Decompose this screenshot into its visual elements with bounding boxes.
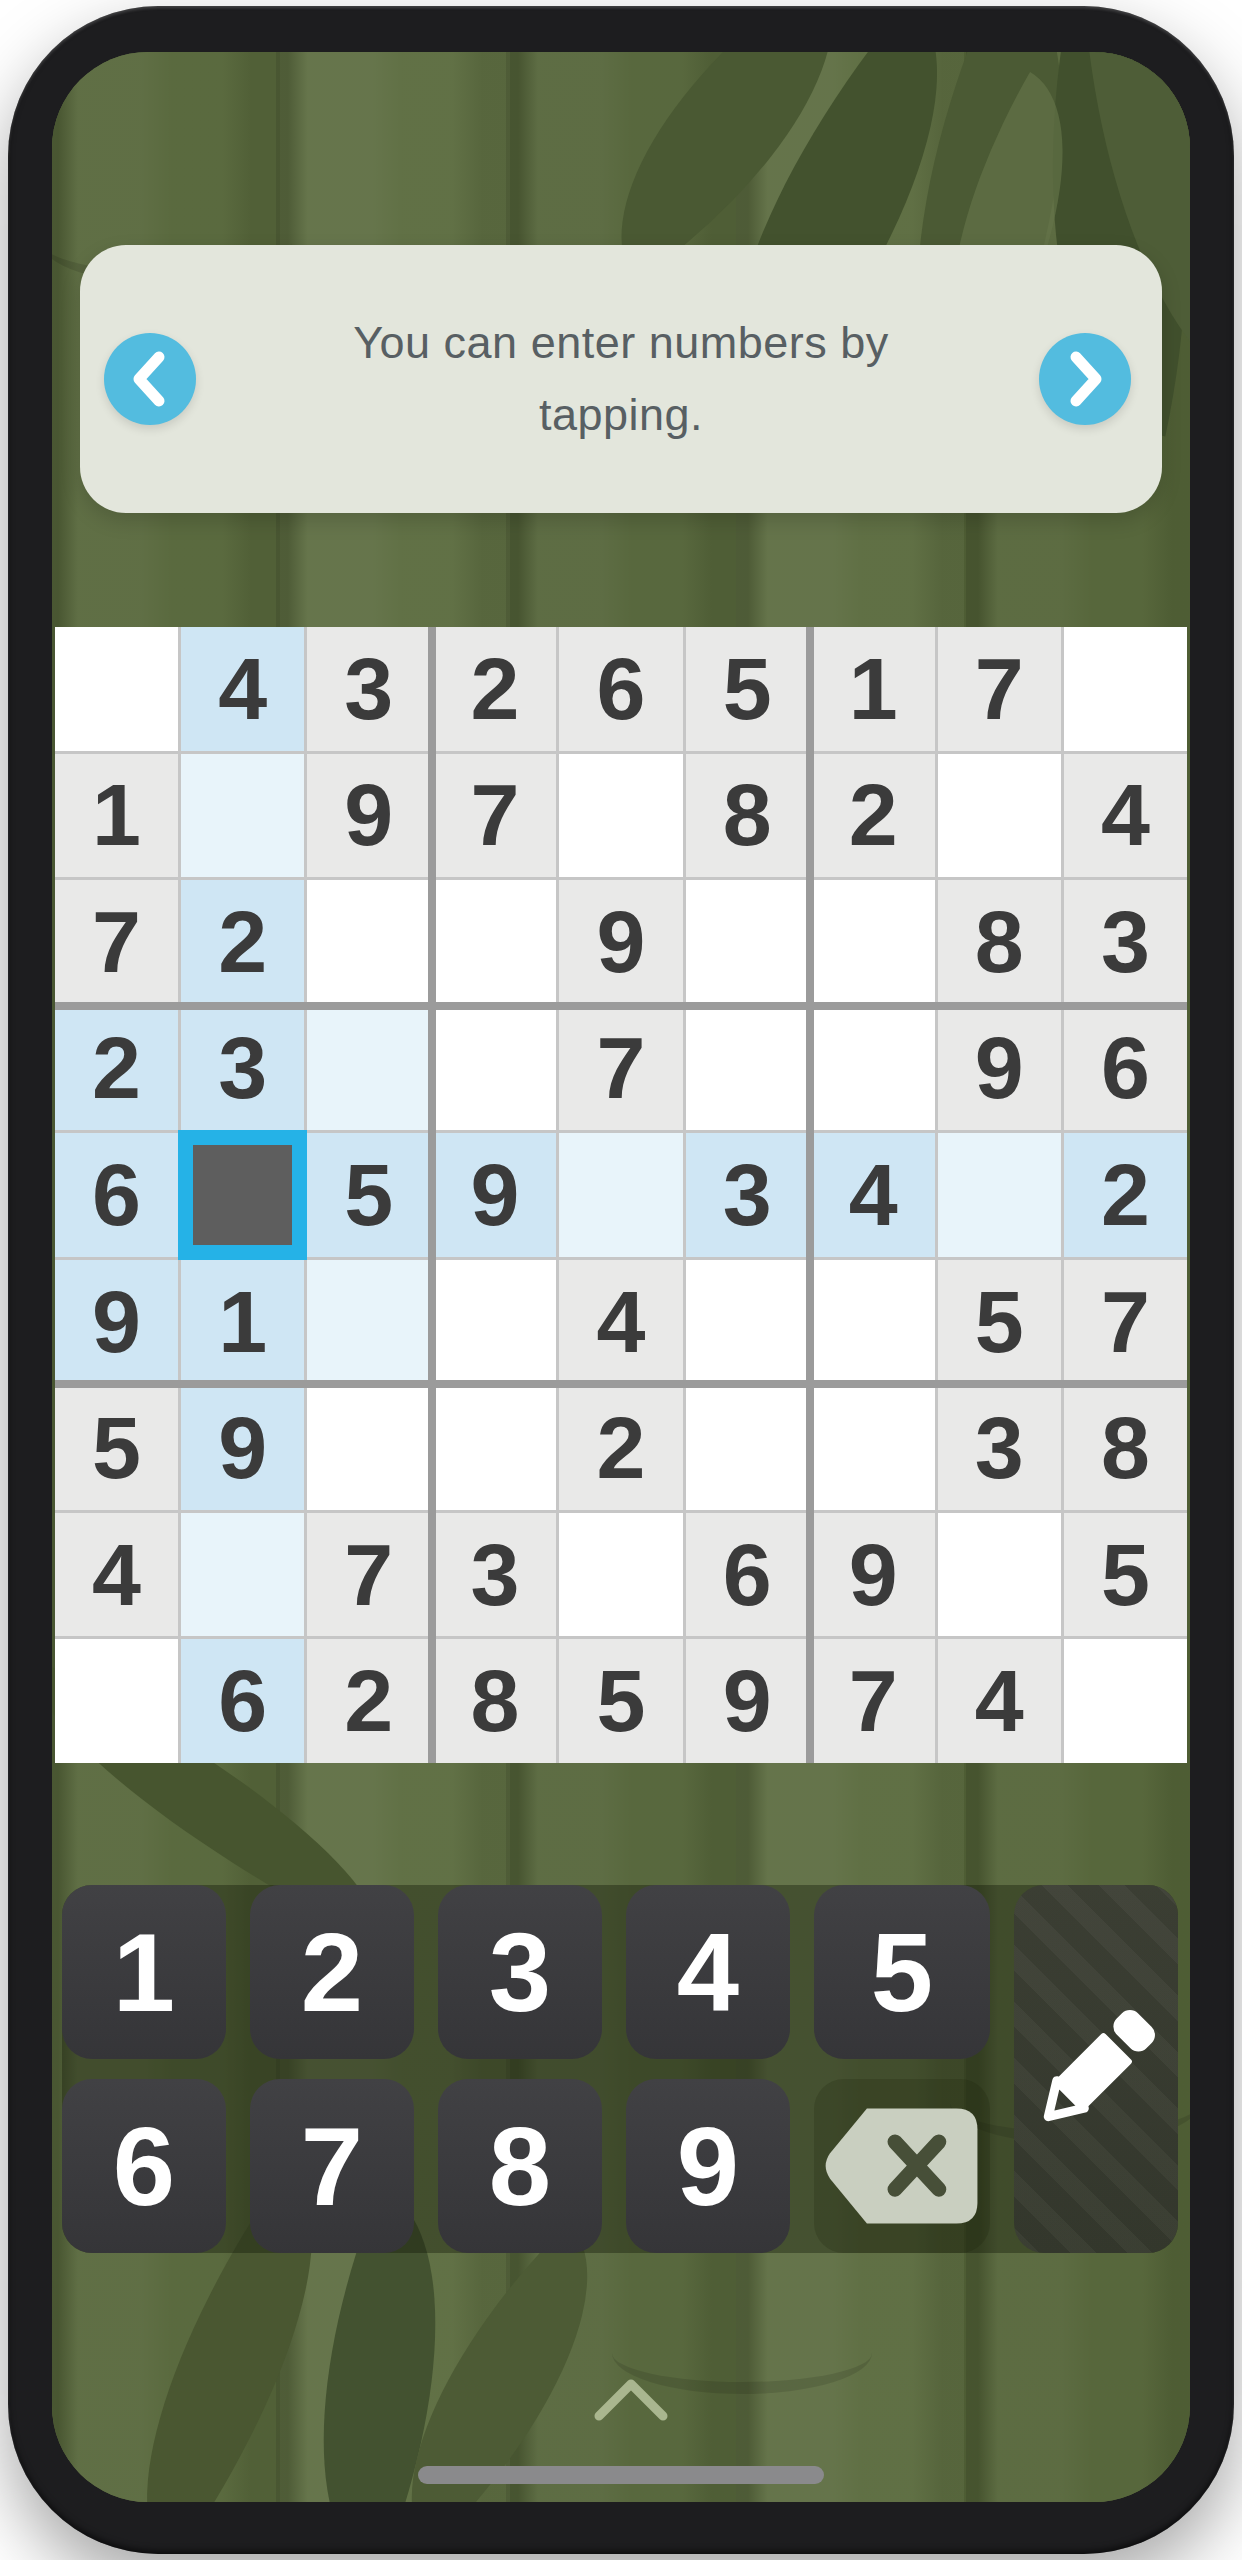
cell-r8c4[interactable]: 3 — [433, 1513, 556, 1637]
cell-r8c2[interactable] — [181, 1513, 304, 1637]
key-1[interactable]: 1 — [62, 1885, 226, 2059]
backspace-icon — [814, 2098, 990, 2234]
cell-r8c5[interactable] — [559, 1513, 682, 1637]
cell-r9c3[interactable]: 2 — [307, 1639, 430, 1763]
cell-r5c6[interactable]: 3 — [686, 1133, 809, 1257]
cell-r6c2[interactable]: 1 — [181, 1260, 304, 1384]
cell-r4c5[interactable]: 7 — [559, 1007, 682, 1131]
cell-r7c8[interactable]: 3 — [938, 1386, 1061, 1510]
cell-r7c3[interactable] — [307, 1386, 430, 1510]
box-divider-horizontal — [55, 1002, 1187, 1010]
key-9[interactable]: 9 — [626, 2079, 790, 2253]
box-divider-vertical — [428, 627, 436, 1763]
key-6[interactable]: 6 — [62, 2079, 226, 2253]
cell-r1c8[interactable]: 7 — [938, 627, 1061, 751]
cell-r3c2[interactable]: 2 — [181, 880, 304, 1004]
chevron-left-icon — [104, 333, 196, 425]
sudoku-board: 4326517197824729832379665934291457592384… — [55, 627, 1187, 1763]
cell-r4c1[interactable]: 2 — [55, 1007, 178, 1131]
phone-frame: You can enter numbers by tapping. 432651… — [8, 6, 1234, 2554]
cell-r5c3[interactable]: 5 — [307, 1133, 430, 1257]
cell-r2c9[interactable]: 4 — [1064, 754, 1187, 878]
cell-r9c6[interactable]: 9 — [686, 1639, 809, 1763]
cell-r6c7[interactable] — [812, 1260, 935, 1384]
cell-r6c6[interactable] — [686, 1260, 809, 1384]
key-7[interactable]: 7 — [250, 2079, 414, 2253]
cell-r8c3[interactable]: 7 — [307, 1513, 430, 1637]
cell-r5c7[interactable]: 4 — [812, 1133, 935, 1257]
cell-r6c5[interactable]: 4 — [559, 1260, 682, 1384]
home-indicator[interactable] — [418, 2466, 824, 2484]
cell-r5c9[interactable]: 2 — [1064, 1133, 1187, 1257]
app-screen: You can enter numbers by tapping. 432651… — [52, 52, 1190, 2502]
collapse-keypad-button[interactable] — [589, 2374, 673, 2427]
cell-r2c8[interactable] — [938, 754, 1061, 878]
cell-r3c8[interactable]: 8 — [938, 880, 1061, 1004]
cell-r2c1[interactable]: 1 — [55, 754, 178, 878]
cell-r8c6[interactable]: 6 — [686, 1513, 809, 1637]
cell-r4c7[interactable] — [812, 1007, 935, 1131]
cell-r9c1[interactable] — [55, 1639, 178, 1763]
cell-r1c2[interactable]: 4 — [181, 627, 304, 751]
cell-r8c7[interactable]: 9 — [812, 1513, 935, 1637]
tutorial-card: You can enter numbers by tapping. — [80, 245, 1162, 513]
cell-r7c6[interactable] — [686, 1386, 809, 1510]
key-4[interactable]: 4 — [626, 1885, 790, 2059]
cell-r1c4[interactable]: 2 — [433, 627, 556, 751]
cell-r2c4[interactable]: 7 — [433, 754, 556, 878]
tutorial-message: You can enter numbers by tapping. — [240, 245, 1002, 513]
cell-r1c6[interactable]: 5 — [686, 627, 809, 751]
number-pad: 123456789 — [62, 1885, 1178, 2253]
pencil-icon — [1021, 1994, 1171, 2144]
cell-r2c3[interactable]: 9 — [307, 754, 430, 878]
pencil-notes-button[interactable] — [1014, 1885, 1178, 2253]
cell-r4c9[interactable]: 6 — [1064, 1007, 1187, 1131]
cell-r6c3[interactable] — [307, 1260, 430, 1384]
cell-r9c2[interactable]: 6 — [181, 1639, 304, 1763]
cell-r9c9[interactable] — [1064, 1639, 1187, 1763]
cell-r4c4[interactable] — [433, 1007, 556, 1131]
key-2[interactable]: 2 — [250, 1885, 414, 2059]
cell-r3c1[interactable]: 7 — [55, 880, 178, 1004]
cell-r1c5[interactable]: 6 — [559, 627, 682, 751]
chevron-up-icon — [589, 2374, 673, 2424]
cell-r2c6[interactable]: 8 — [686, 754, 809, 878]
cell-r7c4[interactable] — [433, 1386, 556, 1510]
tutorial-prev-button[interactable] — [104, 333, 196, 425]
key-3[interactable]: 3 — [438, 1885, 602, 2059]
cell-r5c4[interactable]: 9 — [433, 1133, 556, 1257]
tutorial-message-line1: You can enter numbers by — [353, 307, 889, 379]
cell-r7c9[interactable]: 8 — [1064, 1386, 1187, 1510]
cell-r4c3[interactable] — [307, 1007, 430, 1131]
cell-r5c5[interactable] — [559, 1133, 682, 1257]
cell-r6c8[interactable]: 5 — [938, 1260, 1061, 1384]
key-5[interactable]: 5 — [814, 1885, 990, 2059]
cell-r7c2[interactable]: 9 — [181, 1386, 304, 1510]
cell-r2c5[interactable] — [559, 754, 682, 878]
cell-r8c8[interactable] — [938, 1513, 1061, 1637]
cell-r5c1[interactable]: 6 — [55, 1133, 178, 1257]
tutorial-message-line2: tapping. — [539, 379, 703, 451]
cell-r6c9[interactable]: 7 — [1064, 1260, 1187, 1384]
cell-r3c3[interactable] — [307, 880, 430, 1004]
cell-r5c2[interactable] — [181, 1133, 304, 1257]
key-8[interactable]: 8 — [438, 2079, 602, 2253]
chevron-right-icon — [1039, 333, 1131, 425]
cell-r4c6[interactable] — [686, 1007, 809, 1131]
cell-r8c9[interactable]: 5 — [1064, 1513, 1187, 1637]
cell-r2c7[interactable]: 2 — [812, 754, 935, 878]
cell-r2c2[interactable] — [181, 754, 304, 878]
cell-r3c9[interactable]: 3 — [1064, 880, 1187, 1004]
cell-r1c9[interactable] — [1064, 627, 1187, 751]
cell-r1c7[interactable]: 1 — [812, 627, 935, 751]
cell-r3c4[interactable] — [433, 880, 556, 1004]
box-divider-vertical — [806, 627, 814, 1763]
cell-r3c5[interactable]: 9 — [559, 880, 682, 1004]
cell-r7c7[interactable] — [812, 1386, 935, 1510]
cell-r9c8[interactable]: 4 — [938, 1639, 1061, 1763]
cell-r7c1[interactable]: 5 — [55, 1386, 178, 1510]
cell-r9c4[interactable]: 8 — [433, 1639, 556, 1763]
cell-r6c1[interactable]: 9 — [55, 1260, 178, 1384]
cell-r5c8[interactable] — [938, 1133, 1061, 1257]
cell-r9c7[interactable]: 7 — [812, 1639, 935, 1763]
backspace-button[interactable] — [814, 2079, 990, 2253]
cell-r8c1[interactable]: 4 — [55, 1513, 178, 1637]
box-divider-horizontal — [55, 1380, 1187, 1388]
cell-r1c3[interactable]: 3 — [307, 627, 430, 751]
cell-r9c5[interactable]: 5 — [559, 1639, 682, 1763]
cell-r4c8[interactable]: 9 — [938, 1007, 1061, 1131]
cell-r3c6[interactable] — [686, 880, 809, 1004]
cell-r7c5[interactable]: 2 — [559, 1386, 682, 1510]
tutorial-next-button[interactable] — [1039, 333, 1131, 425]
cell-r6c4[interactable] — [433, 1260, 556, 1384]
cell-r4c2[interactable]: 3 — [181, 1007, 304, 1131]
cell-r3c7[interactable] — [812, 880, 935, 1004]
cell-r1c1[interactable] — [55, 627, 178, 751]
